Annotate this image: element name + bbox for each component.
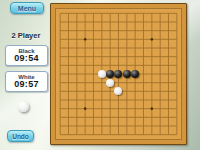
white-clock-time: 09:57 [14,80,39,89]
app-window: Menu 2 Player Black 09:54 White 09:57 Un… [0,0,200,150]
white-turn-indicator-icon [18,101,29,112]
black-stone [123,70,131,78]
white-clock: White 09:57 [5,71,48,92]
white-stone [114,87,122,95]
undo-button[interactable]: Undo [7,130,34,142]
board-field[interactable] [55,8,182,140]
black-stone [114,70,122,78]
black-stone [131,70,139,78]
white-stone [106,79,114,87]
board-stones-layer [56,9,181,139]
black-clock: Black 09:54 [5,45,48,66]
white-stone [98,70,106,78]
black-clock-time: 09:54 [14,54,39,63]
gomoku-board[interactable] [50,3,187,145]
menu-button[interactable]: Menu [10,2,44,14]
mode-label: 2 Player [2,31,50,40]
black-stone [106,70,114,78]
